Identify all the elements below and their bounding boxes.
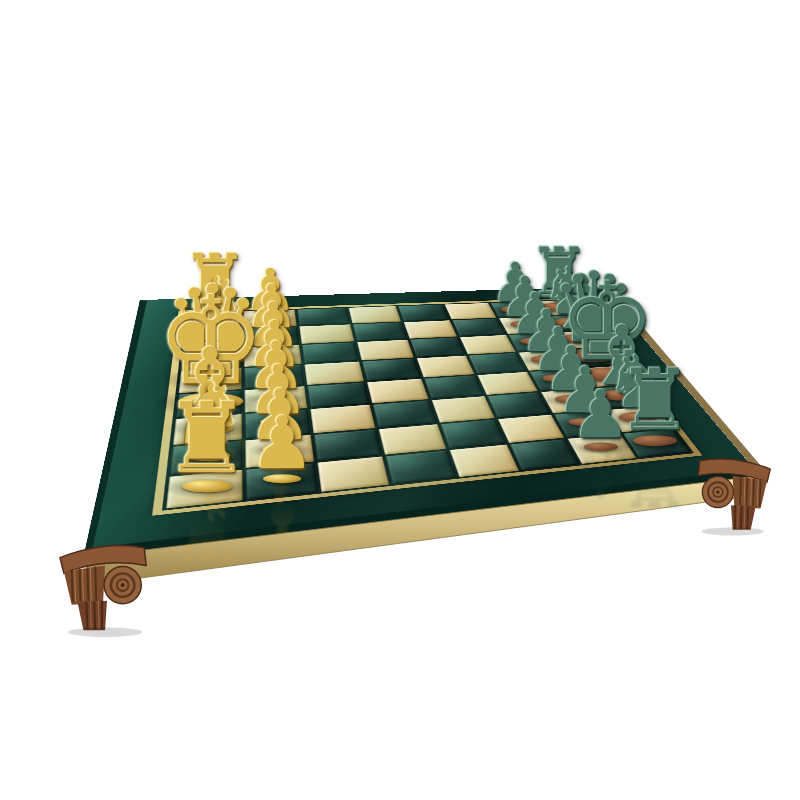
piece-shadow: [555, 416, 615, 430]
piece-reflection: ♜: [181, 312, 250, 389]
piece-base: [580, 367, 636, 381]
piece-base: [262, 445, 298, 454]
piece-base: [263, 474, 301, 483]
piece-reflection: ♝: [548, 331, 615, 406]
piece-base: [196, 333, 233, 342]
piece-base: [531, 355, 561, 363]
piece-shadow: [569, 441, 631, 455]
piece-glyph: ♝: [176, 275, 251, 359]
piece-glyph: ♝: [168, 336, 251, 429]
piece-shadow: [542, 394, 601, 408]
piece-reflection: ♟: [249, 442, 312, 512]
piece-shadow: [526, 300, 592, 315]
piece-shadow: [178, 312, 251, 329]
piece-base: [543, 375, 574, 383]
chess-set-photo: ♜♜♟♟♟♟♜♜♞♞♟♟♟♟♞♞♝♝♟♟♟♟♝♝♛♛♟♟♟♟♛♛♚♚♟♟♟♟♚♚…: [0, 0, 800, 800]
piece-glyph: ♟: [245, 261, 297, 319]
piece-shadow: [247, 443, 314, 458]
piece-base: [261, 418, 296, 427]
piece-shadow: [153, 390, 269, 417]
piece-base: [541, 302, 577, 311]
piece-base: [259, 394, 293, 403]
piece-glyph: ♟: [246, 313, 303, 376]
piece-reflection: ♜: [617, 432, 693, 517]
piece-glyph: ♝: [548, 265, 615, 340]
piece-reflection: ♟: [247, 391, 306, 456]
piece-base: [258, 371, 291, 379]
piece-shadow: [583, 387, 660, 405]
piece-reflection: ♟: [246, 348, 301, 409]
piece-glyph: ♜: [617, 358, 693, 443]
piece-reflection: ♟: [248, 415, 309, 483]
piece-glyph: ♟: [491, 256, 539, 310]
piece-base: [553, 318, 586, 326]
piece-shadow: [490, 304, 541, 316]
piece-base: [257, 351, 289, 359]
piece-glyph: ♟: [557, 359, 614, 423]
piece-shadow: [556, 364, 658, 388]
piece-shadow: [169, 448, 249, 466]
piece-glyph: ♛: [551, 260, 638, 357]
piece-reflection: ♟: [245, 312, 297, 370]
piece-glyph: ♟: [249, 380, 312, 450]
piece-base: [633, 436, 677, 447]
piece-shadow: [519, 354, 574, 367]
piece-glyph: ♟: [510, 285, 561, 342]
piece-glyph: ♟: [532, 320, 586, 380]
piece-reflection: ♟: [250, 471, 315, 544]
piece-shadow: [166, 419, 254, 439]
piece-shadow: [243, 312, 298, 325]
piece-reflection: ♞: [171, 447, 246, 531]
piece-base: [501, 305, 529, 312]
piece-reflection: ♝: [168, 418, 251, 511]
piece-glyph: ♟: [246, 294, 301, 355]
piece-glyph: ♚: [559, 268, 656, 376]
piece-shadow: [499, 319, 551, 331]
piece-reflection: ♟: [510, 335, 561, 392]
piece-base: [180, 393, 243, 409]
piece-shadow: [546, 331, 617, 348]
piece-shadow: [161, 368, 265, 392]
piece-shadow: [548, 347, 640, 368]
piece-shadow: [245, 369, 305, 383]
piece-glyph: ♞: [171, 373, 246, 457]
piece-glyph: ♟: [247, 333, 306, 398]
piece-shadow: [508, 336, 562, 348]
piece-glyph: ♟: [248, 356, 309, 424]
piece-base: [187, 450, 231, 461]
piece-reflection: ♚: [559, 363, 656, 471]
piece-reflection: ♞: [541, 316, 598, 380]
piece-glyph: ♜: [528, 239, 590, 308]
piece-base: [256, 332, 287, 340]
piece-base: [555, 395, 587, 403]
piece-shadow: [248, 472, 317, 488]
piece-glyph: ♟: [245, 277, 299, 337]
piece-reflection: ♝: [586, 387, 659, 469]
piece-glyph: ♟: [500, 270, 549, 325]
piece-glyph: ♜: [181, 244, 250, 321]
piece-shadow: [161, 477, 253, 498]
piece-shadow: [181, 331, 249, 347]
piece-reflection: ♟: [571, 440, 630, 506]
piece-reflection: ♟: [245, 329, 299, 389]
piece-base: [619, 413, 657, 423]
piece-base: [562, 334, 601, 344]
piece-shadow: [246, 416, 310, 431]
piece-shadow: [173, 349, 253, 368]
piece-reflection: ♞: [182, 330, 246, 401]
piece-glyph: ♛: [163, 271, 261, 380]
piece-reflection: ♟: [491, 303, 539, 357]
piece-base: [195, 315, 235, 325]
piece-base: [511, 321, 540, 328]
piece-base: [601, 390, 643, 401]
piece-shadow: [539, 316, 600, 330]
piece-glyph: ♟: [250, 407, 315, 480]
piece-glyph: ♜: [164, 390, 251, 487]
piece-shadow: [244, 349, 302, 363]
piece-reflection: ♟: [246, 369, 303, 432]
piece-base: [255, 314, 285, 322]
piece-reflection: ♚: [157, 389, 266, 511]
piece-reflection: ♜: [528, 300, 590, 369]
piece-glyph: ♞: [605, 345, 671, 418]
piece-shadow: [530, 373, 587, 386]
piece-reflection: ♟: [520, 353, 572, 411]
piece-base: [584, 443, 618, 452]
piece-glyph: ♚: [157, 281, 266, 403]
piece-base: [569, 349, 619, 362]
piece-base: [569, 418, 602, 426]
piece-glyph: ♞: [541, 260, 598, 324]
piece-base: [182, 480, 233, 493]
piece-glyph: ♟: [544, 339, 599, 401]
piece-base: [521, 337, 550, 344]
piece-reflection: ♛: [551, 346, 638, 443]
piece-reflection: ♛: [163, 367, 261, 476]
piece-reflection: ♟: [544, 393, 599, 455]
piece-base: [191, 352, 235, 363]
piece-shadow: [615, 433, 695, 452]
piece-glyph: ♟: [520, 302, 572, 360]
piece-base: [186, 421, 234, 433]
piece-reflection: ♟: [557, 415, 614, 479]
piece-reflection: ♟: [532, 372, 586, 432]
piece-shadow: [245, 392, 307, 406]
piece-glyph: ♝: [586, 315, 659, 397]
piece-shadow: [243, 330, 300, 343]
piece-reflection: ♝: [176, 349, 251, 433]
piece-base: [184, 371, 241, 385]
piece-shadow: [603, 410, 673, 426]
pieces-layer: ♜♜♟♟♟♟♜♜♞♞♟♟♟♟♞♞♝♝♟♟♟♟♝♝♛♛♟♟♟♟♛♛♚♚♟♟♟♟♚♚…: [0, 0, 800, 800]
piece-reflection: ♜: [164, 476, 251, 573]
piece-reflection: ♟: [500, 319, 549, 374]
piece-glyph: ♞: [182, 268, 246, 339]
piece-glyph: ♟: [571, 382, 630, 448]
piece-reflection: ♞: [605, 410, 671, 483]
